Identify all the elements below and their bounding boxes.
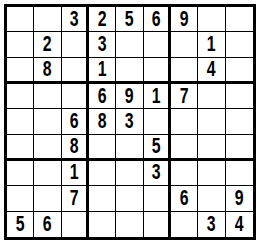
sudoku-cell-r9c3[interactable]	[62, 212, 89, 237]
sudoku-cell-r3c8: 4	[198, 58, 225, 84]
given-digit: 3	[125, 110, 134, 133]
sudoku-cell-r4c8[interactable]	[198, 84, 225, 109]
given-digit: 2	[98, 8, 107, 31]
sudoku-cell-r4c9[interactable]	[226, 84, 253, 109]
sudoku-cell-r3c7[interactable]	[171, 58, 198, 84]
sudoku-cell-r8c9: 9	[226, 186, 253, 211]
sudoku-cell-r9c8: 3	[198, 212, 225, 237]
given-digit: 6	[151, 8, 160, 31]
sudoku-cell-r7c7[interactable]	[171, 161, 198, 186]
sudoku-cell-r1c3: 3	[62, 7, 89, 32]
given-digit: 6	[98, 85, 107, 108]
sudoku-cell-r2c4: 3	[89, 32, 116, 57]
sudoku-cell-r9c6[interactable]	[144, 212, 171, 237]
given-digit: 6	[69, 110, 78, 133]
sudoku-cell-r6c7[interactable]	[171, 135, 198, 161]
given-digit: 3	[69, 8, 78, 31]
given-digit: 3	[151, 161, 160, 184]
sudoku-cell-r5c6[interactable]	[144, 109, 171, 134]
sudoku-cell-r8c4[interactable]	[89, 186, 116, 211]
given-digit: 7	[180, 85, 189, 108]
sudoku-cell-r8c6[interactable]	[144, 186, 171, 211]
sudoku-cell-r6c5[interactable]	[116, 135, 143, 161]
sudoku-cell-r1c7: 9	[171, 7, 198, 32]
sudoku-cell-r9c5[interactable]	[116, 212, 143, 237]
sudoku-cell-r6c6: 5	[144, 135, 171, 161]
sudoku-cell-r9c9: 4	[226, 212, 253, 237]
sudoku-cell-r3c6[interactable]	[144, 58, 171, 84]
given-digit: 1	[69, 161, 78, 184]
given-digit: 3	[98, 33, 107, 56]
sudoku-cell-r3c3[interactable]	[62, 58, 89, 84]
sudoku-cell-r7c6: 3	[144, 161, 171, 186]
sudoku-cell-r9c4[interactable]	[89, 212, 116, 237]
sudoku-cell-r4c6: 1	[144, 84, 171, 109]
sudoku-cell-r8c8[interactable]	[198, 186, 225, 211]
given-digit: 5	[16, 213, 25, 236]
sudoku-cell-r4c2[interactable]	[34, 84, 61, 109]
sudoku-cell-r2c1[interactable]	[7, 32, 34, 57]
sudoku-board: 32569231814691768385137695634	[4, 4, 256, 240]
given-digit: 8	[98, 110, 107, 133]
given-digit: 9	[235, 187, 244, 210]
sudoku-cell-r2c6[interactable]	[144, 32, 171, 57]
given-digit: 2	[43, 33, 52, 56]
given-digit: 6	[180, 187, 189, 210]
sudoku-cell-r9c7[interactable]	[171, 212, 198, 237]
given-digit: 1	[98, 58, 107, 81]
sudoku-cell-r3c5[interactable]	[116, 58, 143, 84]
sudoku-cell-r5c8[interactable]	[198, 109, 225, 134]
sudoku-cell-r3c2: 8	[34, 58, 61, 84]
sudoku-cell-r1c2[interactable]	[34, 7, 61, 32]
sudoku-cell-r4c3[interactable]	[62, 84, 89, 109]
sudoku-cell-r2c2: 2	[34, 32, 61, 57]
given-digit: 4	[207, 58, 216, 81]
sudoku-cell-r5c7[interactable]	[171, 109, 198, 134]
sudoku-cell-r9c1: 5	[7, 212, 34, 237]
sudoku-cell-r7c8[interactable]	[198, 161, 225, 186]
sudoku-cell-r7c1[interactable]	[7, 161, 34, 186]
given-digit: 8	[43, 58, 52, 81]
sudoku-cell-r1c4: 2	[89, 7, 116, 32]
sudoku-cell-r6c8[interactable]	[198, 135, 225, 161]
sudoku-cell-r2c8: 1	[198, 32, 225, 57]
sudoku-cell-r1c9[interactable]	[226, 7, 253, 32]
sudoku-cell-r2c7[interactable]	[171, 32, 198, 57]
sudoku-cell-r5c1[interactable]	[7, 109, 34, 134]
sudoku-cell-r4c4: 6	[89, 84, 116, 109]
sudoku-cell-r8c1[interactable]	[7, 186, 34, 211]
sudoku-cell-r1c6: 6	[144, 7, 171, 32]
sudoku-cell-r7c3: 1	[62, 161, 89, 186]
given-digit: 4	[235, 213, 244, 236]
sudoku-cell-r8c5[interactable]	[116, 186, 143, 211]
sudoku-cell-r2c3[interactable]	[62, 32, 89, 57]
given-digit: 9	[180, 8, 189, 31]
sudoku-cell-r8c3: 7	[62, 186, 89, 211]
sudoku-cell-r4c7: 7	[171, 84, 198, 109]
sudoku-cell-r8c2[interactable]	[34, 186, 61, 211]
given-digit: 1	[207, 33, 216, 56]
sudoku-cell-r7c2[interactable]	[34, 161, 61, 186]
sudoku-cell-r9c2: 6	[34, 212, 61, 237]
given-digit: 9	[125, 85, 134, 108]
sudoku-cell-r6c3: 8	[62, 135, 89, 161]
given-digit: 3	[207, 213, 216, 236]
sudoku-cell-r1c5: 5	[116, 7, 143, 32]
given-digit: 7	[69, 187, 78, 210]
sudoku-cell-r5c3: 6	[62, 109, 89, 134]
sudoku-cell-r7c9[interactable]	[226, 161, 253, 186]
sudoku-cell-r6c9[interactable]	[226, 135, 253, 161]
sudoku-cell-r3c4: 1	[89, 58, 116, 84]
sudoku-cell-r3c9[interactable]	[226, 58, 253, 84]
sudoku-cell-r7c5[interactable]	[116, 161, 143, 186]
sudoku-cell-r8c7: 6	[171, 186, 198, 211]
sudoku-cell-r4c1[interactable]	[7, 84, 34, 109]
sudoku-cell-r5c9[interactable]	[226, 109, 253, 134]
sudoku-cell-r7c4[interactable]	[89, 161, 116, 186]
sudoku-cell-r1c1[interactable]	[7, 7, 34, 32]
sudoku-cell-r1c8[interactable]	[198, 7, 225, 32]
given-digit: 5	[151, 135, 160, 158]
sudoku-cell-r6c4[interactable]	[89, 135, 116, 161]
given-digit: 8	[69, 135, 78, 158]
sudoku-cell-r2c5[interactable]	[116, 32, 143, 57]
given-digit: 5	[125, 8, 134, 31]
sudoku-cell-r3c1[interactable]	[7, 58, 34, 84]
sudoku-cell-r2c9[interactable]	[226, 32, 253, 57]
sudoku-cell-r5c4: 8	[89, 109, 116, 134]
sudoku-cell-r6c1[interactable]	[7, 135, 34, 161]
sudoku-cell-r6c2[interactable]	[34, 135, 61, 161]
sudoku-cell-r4c5: 9	[116, 84, 143, 109]
sudoku-cell-r5c2[interactable]	[34, 109, 61, 134]
sudoku-cell-r5c5: 3	[116, 109, 143, 134]
given-digit: 6	[43, 213, 52, 236]
sudoku-page: 32569231814691768385137695634	[0, 0, 259, 243]
given-digit: 1	[151, 85, 160, 108]
